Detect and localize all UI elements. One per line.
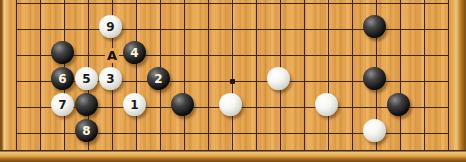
stone-white[interactable] xyxy=(315,93,338,116)
stone-number: 3 xyxy=(106,73,114,85)
grid-line-vertical xyxy=(232,0,233,150)
star-point xyxy=(230,79,235,84)
grid-line-vertical xyxy=(256,0,257,150)
stone-white-7[interactable]: 7 xyxy=(51,93,74,116)
board-edge-left xyxy=(0,0,9,153)
grid-line-vertical xyxy=(448,0,449,150)
grid-line-vertical xyxy=(136,0,137,150)
stone-black[interactable] xyxy=(363,67,386,90)
label-A[interactable]: A xyxy=(105,48,119,63)
go-diagram: 946532718A xyxy=(0,0,466,162)
grid-line-vertical xyxy=(208,0,209,150)
grid-line-vertical xyxy=(400,0,401,150)
stone-white-1[interactable]: 1 xyxy=(123,93,146,116)
stone-black-6[interactable]: 6 xyxy=(51,67,74,90)
grid-line-vertical xyxy=(184,0,185,150)
stone-white[interactable] xyxy=(267,67,290,90)
stone-white-9[interactable]: 9 xyxy=(99,15,122,38)
stone-number: 6 xyxy=(58,73,66,85)
board-edge-bottom xyxy=(0,150,466,162)
stone-white-5[interactable]: 5 xyxy=(75,67,98,90)
grid-line-vertical xyxy=(16,0,17,150)
grid-line-horizontal xyxy=(16,3,449,4)
stone-black[interactable] xyxy=(51,41,74,64)
go-board[interactable]: 946532718A xyxy=(0,0,466,162)
stone-black-4[interactable]: 4 xyxy=(123,41,146,64)
stone-black-2[interactable]: 2 xyxy=(147,67,170,90)
stone-number: 2 xyxy=(154,73,162,85)
grid-line-vertical xyxy=(352,0,353,150)
stone-black[interactable] xyxy=(387,93,410,116)
grid-line-vertical xyxy=(40,0,41,150)
grid-line-vertical xyxy=(424,0,425,150)
stone-number: 9 xyxy=(106,21,114,33)
grid-line-vertical xyxy=(304,0,305,150)
board-edge-right xyxy=(452,0,466,153)
stone-number: 1 xyxy=(130,99,138,111)
grid-line-vertical xyxy=(328,0,329,150)
stone-white-3[interactable]: 3 xyxy=(99,67,122,90)
stone-black[interactable] xyxy=(75,93,98,116)
stone-number: 5 xyxy=(82,73,90,85)
stone-black[interactable] xyxy=(363,15,386,38)
stone-number: 8 xyxy=(82,125,90,137)
stone-number: 7 xyxy=(58,99,66,111)
stone-white[interactable] xyxy=(219,93,242,116)
stone-white[interactable] xyxy=(363,119,386,142)
stone-number: 4 xyxy=(130,47,138,59)
stone-black-8[interactable]: 8 xyxy=(75,119,98,142)
grid-line-horizontal xyxy=(16,55,449,56)
stone-black[interactable] xyxy=(171,93,194,116)
